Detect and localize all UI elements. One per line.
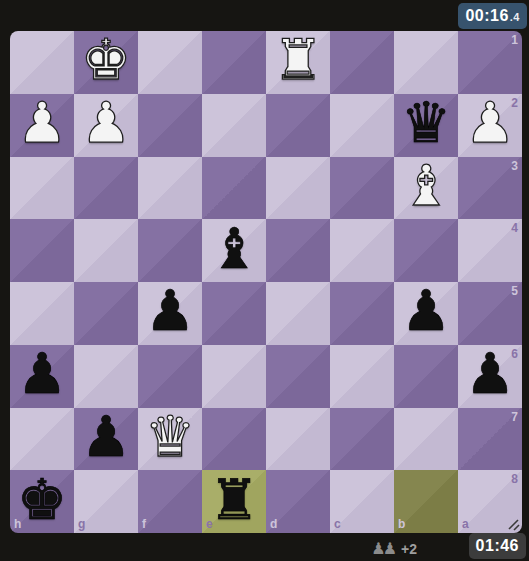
square-e4[interactable]: ♝ (202, 219, 266, 282)
piece-black-pawn[interactable]: ♟ (81, 409, 131, 465)
square-f5[interactable]: ♟ (138, 282, 202, 345)
square-g1[interactable]: ♚ (74, 31, 138, 94)
clock-bottom: 01:46 (469, 533, 526, 559)
square-g2[interactable]: ♟ (74, 94, 138, 157)
square-a4[interactable]: 4 (458, 219, 522, 282)
square-c2[interactable] (330, 94, 394, 157)
square-b4[interactable] (394, 219, 458, 282)
square-c8[interactable]: c (330, 470, 394, 533)
file-label-d: d (270, 518, 277, 530)
square-a6[interactable]: ♟6 (458, 345, 522, 408)
file-label-f: f (142, 518, 146, 530)
square-h6[interactable]: ♟ (10, 345, 74, 408)
piece-white-bishop[interactable]: ♝ (401, 158, 451, 214)
file-label-e: e (206, 518, 213, 530)
piece-black-pawn[interactable]: ♟ (465, 346, 515, 402)
square-f6[interactable] (138, 345, 202, 408)
square-b6[interactable] (394, 345, 458, 408)
file-label-c: c (334, 518, 341, 530)
square-g5[interactable] (74, 282, 138, 345)
rank-label-2: 2 (511, 97, 518, 109)
piece-white-rook[interactable]: ♜ (273, 32, 323, 88)
piece-black-pawn[interactable]: ♟ (17, 346, 67, 402)
clock-top-tenths: .4 (510, 11, 520, 23)
piece-black-queen[interactable]: ♛ (401, 95, 451, 151)
square-f3[interactable] (138, 157, 202, 220)
board: ♚♜1♟♟♛♟2♝3♝4♟♟5♟♟6♟♛7♚hgf♜edcba8 (10, 31, 522, 533)
rank-label-3: 3 (511, 160, 518, 172)
square-f1[interactable] (138, 31, 202, 94)
square-g4[interactable] (74, 219, 138, 282)
square-g6[interactable] (74, 345, 138, 408)
rank-label-4: 4 (511, 222, 518, 234)
square-d6[interactable] (266, 345, 330, 408)
square-e8[interactable]: ♜e (202, 470, 266, 533)
square-c1[interactable] (330, 31, 394, 94)
square-b5[interactable]: ♟ (394, 282, 458, 345)
square-c6[interactable] (330, 345, 394, 408)
square-e1[interactable] (202, 31, 266, 94)
square-h2[interactable]: ♟ (10, 94, 74, 157)
file-label-a: a (462, 518, 469, 530)
square-c5[interactable] (330, 282, 394, 345)
square-h4[interactable] (10, 219, 74, 282)
square-g7[interactable]: ♟ (74, 408, 138, 471)
piece-black-pawn[interactable]: ♟ (145, 283, 195, 339)
square-e7[interactable] (202, 408, 266, 471)
square-f4[interactable] (138, 219, 202, 282)
square-b8[interactable]: b (394, 470, 458, 533)
square-c7[interactable] (330, 408, 394, 471)
file-label-g: g (78, 518, 85, 530)
square-d2[interactable] (266, 94, 330, 157)
square-e6[interactable] (202, 345, 266, 408)
clock-bottom-time: 01:46 (476, 537, 519, 555)
rank-label-6: 6 (511, 348, 518, 360)
material-advantage-label: +2 (401, 541, 417, 557)
rank-label-5: 5 (511, 285, 518, 297)
square-e2[interactable] (202, 94, 266, 157)
rank-label-1: 1 (511, 34, 518, 46)
square-d1[interactable]: ♜ (266, 31, 330, 94)
resize-handle-icon[interactable] (506, 517, 521, 532)
square-e5[interactable] (202, 282, 266, 345)
square-f2[interactable] (138, 94, 202, 157)
square-b2[interactable]: ♛ (394, 94, 458, 157)
clock-top: 00:16.4 (458, 3, 527, 29)
piece-black-king[interactable]: ♚ (17, 472, 67, 528)
square-c4[interactable] (330, 219, 394, 282)
square-d5[interactable] (266, 282, 330, 345)
square-f8[interactable]: f (138, 470, 202, 533)
clock-top-time: 00:16 (465, 7, 508, 25)
piece-white-pawn[interactable]: ♟ (81, 95, 131, 151)
piece-black-rook[interactable]: ♜ (209, 472, 259, 528)
file-label-b: b (398, 518, 405, 530)
piece-white-pawn[interactable]: ♟ (17, 95, 67, 151)
square-a1[interactable]: 1 (458, 31, 522, 94)
material-advantage: ♟♟ +2 (371, 541, 417, 557)
square-a3[interactable]: 3 (458, 157, 522, 220)
piece-white-king[interactable]: ♚ (81, 32, 131, 88)
piece-white-queen[interactable]: ♛ (145, 409, 195, 465)
square-h8[interactable]: ♚h (10, 470, 74, 533)
rank-label-7: 7 (511, 411, 518, 423)
square-h3[interactable] (10, 157, 74, 220)
square-f7[interactable]: ♛ (138, 408, 202, 471)
square-h5[interactable] (10, 282, 74, 345)
piece-black-bishop[interactable]: ♝ (209, 221, 259, 277)
square-a2[interactable]: ♟2 (458, 94, 522, 157)
square-a5[interactable]: 5 (458, 282, 522, 345)
square-b1[interactable] (394, 31, 458, 94)
square-d8[interactable]: d (266, 470, 330, 533)
square-b7[interactable] (394, 408, 458, 471)
square-a7[interactable]: 7 (458, 408, 522, 471)
square-b3[interactable]: ♝ (394, 157, 458, 220)
square-d7[interactable] (266, 408, 330, 471)
square-g3[interactable] (74, 157, 138, 220)
square-c3[interactable] (330, 157, 394, 220)
square-e3[interactable] (202, 157, 266, 220)
square-d3[interactable] (266, 157, 330, 220)
rank-label-8: 8 (511, 473, 518, 485)
piece-black-pawn[interactable]: ♟ (401, 283, 451, 339)
square-h7[interactable] (10, 408, 74, 471)
piece-white-pawn[interactable]: ♟ (465, 95, 515, 151)
square-d4[interactable] (266, 219, 330, 282)
file-label-h: h (14, 518, 21, 530)
square-h1[interactable] (10, 31, 74, 94)
captured-pawns-icon: ♟♟ (371, 541, 394, 557)
square-g8[interactable]: g (74, 470, 138, 533)
